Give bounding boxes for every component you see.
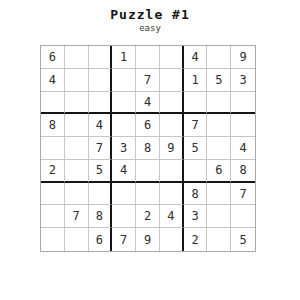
sudoku-cell-r5c8[interactable] [207,137,231,160]
sudoku-cell-r1c4[interactable]: 1 [112,46,136,69]
sudoku-cell-r5c6[interactable]: 9 [160,137,184,160]
sudoku-cell-r1c8[interactable] [207,46,231,69]
sudoku-cell-r7c7[interactable]: 8 [184,183,208,206]
sudoku-cell-r6c4[interactable]: 4 [112,160,136,183]
sudoku-cell-r2c9[interactable]: 3 [231,69,255,92]
sudoku-cell-r1c5[interactable] [136,46,160,69]
sudoku-cell-r3c4[interactable] [112,92,136,115]
sudoku-cell-r8c7[interactable]: 3 [184,205,208,228]
sudoku-cell-r4c7[interactable]: 7 [184,114,208,137]
sudoku-cell-r8c1[interactable] [41,205,65,228]
sudoku-cell-r4c5[interactable]: 6 [136,114,160,137]
sudoku-cell-r6c3[interactable]: 5 [89,160,113,183]
sudoku-cell-r4c8[interactable] [207,114,231,137]
sudoku-cell-r7c2[interactable] [65,183,89,206]
sudoku-cell-r5c5[interactable]: 8 [136,137,160,160]
sudoku-cell-r6c1[interactable]: 2 [41,160,65,183]
sudoku-cell-r9c2[interactable] [65,228,89,251]
sudoku-cell-r1c1[interactable]: 6 [41,46,65,69]
sudoku-cell-r3c9[interactable] [231,92,255,115]
sudoku-cell-r3c3[interactable] [89,92,113,115]
sudoku-cell-r2c8[interactable]: 5 [207,69,231,92]
sudoku-cell-r9c4[interactable]: 7 [112,228,136,251]
sudoku-cell-r8c5[interactable]: 2 [136,205,160,228]
sudoku-cell-r1c7[interactable]: 4 [184,46,208,69]
sudoku-page: Puzzle #1 easy 6149471534846773895425468… [0,0,300,300]
sudoku-cell-r2c1[interactable]: 4 [41,69,65,92]
sudoku-cell-r2c7[interactable]: 1 [184,69,208,92]
sudoku-cell-r9c9[interactable]: 5 [231,228,255,251]
sudoku-cell-r9c7[interactable]: 2 [184,228,208,251]
sudoku-cell-r9c8[interactable] [207,228,231,251]
sudoku-grid: 6149471534846773895425468877824367925 [40,45,256,252]
sudoku-cell-r9c1[interactable] [41,228,65,251]
sudoku-cell-r3c2[interactable] [65,92,89,115]
puzzle-difficulty: easy [0,23,300,33]
sudoku-cell-r4c1[interactable]: 8 [41,114,65,137]
sudoku-cell-r5c1[interactable] [41,137,65,160]
sudoku-cell-r1c3[interactable] [89,46,113,69]
sudoku-cell-r8c4[interactable] [112,205,136,228]
sudoku-cell-r9c5[interactable]: 9 [136,228,160,251]
sudoku-cell-r2c2[interactable] [65,69,89,92]
sudoku-cell-r3c1[interactable] [41,92,65,115]
sudoku-cell-r8c9[interactable] [231,205,255,228]
sudoku-cell-r3c7[interactable] [184,92,208,115]
puzzle-title: Puzzle #1 [0,7,300,22]
sudoku-cell-r6c6[interactable] [160,160,184,183]
sudoku-cell-r6c2[interactable] [65,160,89,183]
sudoku-cell-r6c8[interactable]: 6 [207,160,231,183]
sudoku-cell-r2c4[interactable] [112,69,136,92]
sudoku-cell-r8c2[interactable]: 7 [65,205,89,228]
sudoku-cell-r1c2[interactable] [65,46,89,69]
sudoku-cell-r5c3[interactable]: 7 [89,137,113,160]
sudoku-cell-r8c6[interactable]: 4 [160,205,184,228]
sudoku-cell-r1c6[interactable] [160,46,184,69]
sudoku-cell-r8c8[interactable] [207,205,231,228]
sudoku-cell-r7c3[interactable] [89,183,113,206]
sudoku-cell-r4c2[interactable] [65,114,89,137]
sudoku-cell-r5c9[interactable]: 4 [231,137,255,160]
sudoku-cell-r6c7[interactable] [184,160,208,183]
sudoku-cell-r5c7[interactable]: 5 [184,137,208,160]
sudoku-cell-r3c8[interactable] [207,92,231,115]
sudoku-cell-r6c5[interactable] [136,160,160,183]
sudoku-cell-r9c6[interactable] [160,228,184,251]
sudoku-cell-r7c9[interactable]: 7 [231,183,255,206]
sudoku-cell-r3c6[interactable] [160,92,184,115]
sudoku-cell-r7c8[interactable] [207,183,231,206]
sudoku-cell-r2c5[interactable]: 7 [136,69,160,92]
sudoku-cell-r6c9[interactable]: 8 [231,160,255,183]
sudoku-cell-r2c6[interactable] [160,69,184,92]
sudoku-cell-r4c4[interactable] [112,114,136,137]
sudoku-cell-r4c9[interactable] [231,114,255,137]
sudoku-cell-r5c4[interactable]: 3 [112,137,136,160]
sudoku-cell-r4c6[interactable] [160,114,184,137]
sudoku-cell-r4c3[interactable]: 4 [89,114,113,137]
sudoku-cell-r7c1[interactable] [41,183,65,206]
sudoku-cell-r8c3[interactable]: 8 [89,205,113,228]
sudoku-cell-r1c9[interactable]: 9 [231,46,255,69]
sudoku-cell-r7c6[interactable] [160,183,184,206]
sudoku-cell-r9c3[interactable]: 6 [89,228,113,251]
sudoku-cell-r3c5[interactable]: 4 [136,92,160,115]
sudoku-cell-r7c4[interactable] [112,183,136,206]
sudoku-cell-r7c5[interactable] [136,183,160,206]
sudoku-cell-r2c3[interactable] [89,69,113,92]
sudoku-cell-r5c2[interactable] [65,137,89,160]
